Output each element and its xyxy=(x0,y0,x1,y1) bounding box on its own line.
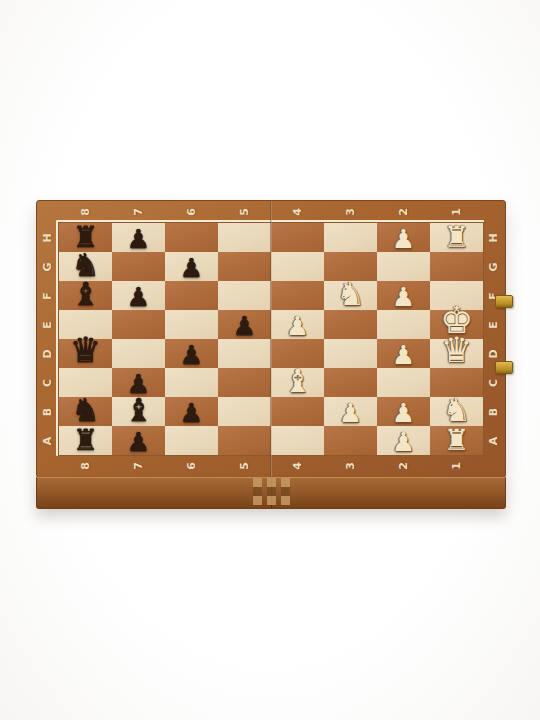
piece-white-rook-h1[interactable]: ♜ xyxy=(430,223,483,252)
square-b5[interactable] xyxy=(218,397,271,426)
square-a5[interactable] xyxy=(218,426,271,455)
piece-white-pawn-d2[interactable]: ♟ xyxy=(377,342,430,368)
piece-white-pawn-b3[interactable]: ♟ xyxy=(324,400,377,426)
piece-white-king-e1[interactable]: ♚ xyxy=(430,302,483,339)
square-c2[interactable] xyxy=(377,368,430,397)
brass-hinge-lower xyxy=(495,361,513,374)
piece-black-pawn-g6[interactable]: ♟ xyxy=(165,255,218,281)
piece-white-pawn-h2[interactable]: ♟ xyxy=(377,226,430,252)
square-d5[interactable] xyxy=(218,339,271,368)
file-label-left-C: C xyxy=(40,375,56,391)
rank-label-bottom-2: 2 xyxy=(396,458,412,474)
finger-joint xyxy=(253,478,262,487)
piece-white-rook-a1[interactable]: ♜ xyxy=(430,426,483,455)
finger-joint xyxy=(267,478,276,487)
rank-label-top-7: 7 xyxy=(131,204,147,220)
square-h5[interactable] xyxy=(218,223,271,252)
rank-label-top-4: 4 xyxy=(290,204,306,220)
rank-label-top-3: 3 xyxy=(343,204,359,220)
piece-black-rook-h8[interactable]: ♜ xyxy=(59,223,112,252)
finger-joint xyxy=(267,496,276,505)
square-h3[interactable] xyxy=(324,223,377,252)
rank-label-top-1: 1 xyxy=(449,204,465,220)
file-label-left-F: F xyxy=(40,288,56,304)
square-d7[interactable] xyxy=(112,339,165,368)
square-e7[interactable] xyxy=(112,310,165,339)
chess-board-frame: ♜♞♛♝♞♜♟♝♟♟♟♟♟♟♟♝♟♟♞♟♟♟♟♟♜♞♛♚♜ HHGGFFEEDD… xyxy=(36,200,506,478)
piece-white-knight-b1[interactable]: ♞ xyxy=(430,394,483,426)
rank-label-top-6: 6 xyxy=(184,204,200,220)
square-b4[interactable] xyxy=(271,397,324,426)
piece-black-queen-d8[interactable]: ♛ xyxy=(59,333,112,368)
file-label-left-G: G xyxy=(40,259,56,275)
square-a4[interactable] xyxy=(271,426,324,455)
square-a6[interactable] xyxy=(165,426,218,455)
file-label-right-A: A xyxy=(486,433,502,449)
piece-black-pawn-f7[interactable]: ♟ xyxy=(112,284,165,310)
rank-label-bottom-8: 8 xyxy=(78,458,94,474)
rank-label-bottom-6: 6 xyxy=(184,458,200,474)
square-h6[interactable] xyxy=(165,223,218,252)
file-label-right-E: E xyxy=(486,317,502,333)
square-f4[interactable] xyxy=(271,281,324,310)
finger-joint xyxy=(281,496,290,505)
square-c5[interactable] xyxy=(218,368,271,397)
finger-joint xyxy=(281,478,290,487)
square-c3[interactable] xyxy=(324,368,377,397)
piece-white-pawn-e4[interactable]: ♟ xyxy=(271,313,324,339)
rank-label-bottom-7: 7 xyxy=(131,458,147,474)
piece-black-pawn-e5[interactable]: ♟ xyxy=(218,313,271,339)
file-label-left-A: A xyxy=(40,433,56,449)
rank-label-top-8: 8 xyxy=(78,204,94,220)
square-e3[interactable] xyxy=(324,310,377,339)
square-g4[interactable] xyxy=(271,252,324,281)
piece-white-knight-f3[interactable]: ♞ xyxy=(324,278,377,310)
square-h4[interactable] xyxy=(271,223,324,252)
file-label-left-D: D xyxy=(40,346,56,362)
piece-black-pawn-c7[interactable]: ♟ xyxy=(112,371,165,397)
board-fold-seam xyxy=(270,201,272,477)
piece-black-pawn-d6[interactable]: ♟ xyxy=(165,342,218,368)
rank-label-bottom-3: 3 xyxy=(343,458,359,474)
square-f6[interactable] xyxy=(165,281,218,310)
finger-joint xyxy=(267,487,276,496)
file-label-right-H: H xyxy=(486,230,502,246)
square-d3[interactable] xyxy=(324,339,377,368)
brass-hinge-upper xyxy=(495,295,513,308)
file-label-left-B: B xyxy=(40,404,56,420)
file-label-right-G: G xyxy=(486,259,502,275)
piece-black-knight-b8[interactable]: ♞ xyxy=(59,394,112,426)
file-label-right-B: B xyxy=(486,404,502,420)
file-label-left-H: H xyxy=(40,230,56,246)
square-g1[interactable] xyxy=(430,252,483,281)
square-g5[interactable] xyxy=(218,252,271,281)
finger-joint xyxy=(253,487,262,496)
square-e2[interactable] xyxy=(377,310,430,339)
piece-white-bishop-c4[interactable]: ♝ xyxy=(271,365,324,397)
rank-label-bottom-1: 1 xyxy=(449,458,465,474)
finger-joint xyxy=(253,496,262,505)
square-e6[interactable] xyxy=(165,310,218,339)
piece-white-pawn-f2[interactable]: ♟ xyxy=(377,284,430,310)
square-c6[interactable] xyxy=(165,368,218,397)
rank-label-bottom-5: 5 xyxy=(237,458,253,474)
square-a3[interactable] xyxy=(324,426,377,455)
square-g7[interactable] xyxy=(112,252,165,281)
piece-black-rook-a8[interactable]: ♜ xyxy=(59,426,112,455)
file-label-right-C: C xyxy=(486,375,502,391)
piece-white-pawn-a2[interactable]: ♟ xyxy=(377,429,430,455)
file-label-left-E: E xyxy=(40,317,56,333)
square-g2[interactable] xyxy=(377,252,430,281)
rank-label-top-2: 2 xyxy=(396,204,412,220)
folded-box-front-panel xyxy=(36,477,506,509)
piece-black-pawn-a7[interactable]: ♟ xyxy=(112,429,165,455)
rank-label-top-5: 5 xyxy=(237,204,253,220)
rank-label-bottom-4: 4 xyxy=(290,458,306,474)
square-f5[interactable] xyxy=(218,281,271,310)
finger-joint xyxy=(281,487,290,496)
file-label-right-D: D xyxy=(486,346,502,362)
product-photo-background: ♜♞♛♝♞♜♟♝♟♟♟♟♟♟♟♝♟♟♞♟♟♟♟♟♜♞♛♚♜ HHGGFFEEDD… xyxy=(0,0,540,720)
piece-black-pawn-h7[interactable]: ♟ xyxy=(112,226,165,252)
piece-black-pawn-b6[interactable]: ♟ xyxy=(165,400,218,426)
piece-white-pawn-b2[interactable]: ♟ xyxy=(377,400,430,426)
